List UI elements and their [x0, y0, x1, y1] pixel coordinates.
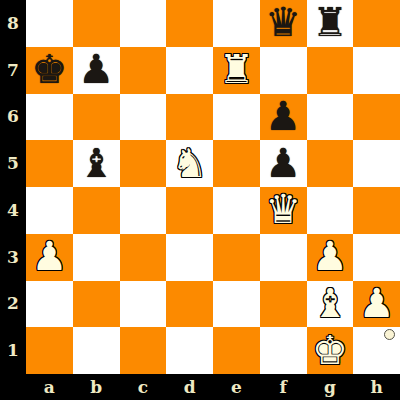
square-a4[interactable]: [26, 187, 73, 234]
square-e8[interactable]: [213, 0, 260, 47]
piece-black-king[interactable]: ♚: [31, 49, 67, 89]
file-label-g: g: [307, 374, 354, 400]
square-d2[interactable]: [166, 281, 213, 328]
square-b3[interactable]: [73, 234, 120, 281]
square-f5[interactable]: ♟: [260, 140, 307, 187]
square-c3[interactable]: [120, 234, 167, 281]
piece-black-pawn[interactable]: ♟: [78, 49, 114, 89]
file-label-d: d: [166, 374, 213, 400]
rank-label-6: 6: [0, 94, 26, 141]
square-f7[interactable]: [260, 47, 307, 94]
square-d6[interactable]: [166, 94, 213, 141]
square-d8[interactable]: [166, 0, 213, 47]
square-h5[interactable]: [353, 140, 400, 187]
square-d5[interactable]: ♞: [166, 140, 213, 187]
square-g5[interactable]: [307, 140, 354, 187]
piece-black-queen[interactable]: ♛: [265, 2, 301, 42]
square-g4[interactable]: [307, 187, 354, 234]
square-h7[interactable]: [353, 47, 400, 94]
rank-label-4: 4: [0, 187, 26, 234]
square-f2[interactable]: [260, 281, 307, 328]
rank-label-7: 7: [0, 47, 26, 94]
square-c4[interactable]: [120, 187, 167, 234]
square-c7[interactable]: [120, 47, 167, 94]
rank-label-2: 2: [0, 281, 26, 328]
piece-white-queen[interactable]: ♛: [265, 189, 301, 229]
piece-white-pawn[interactable]: ♟: [312, 236, 348, 276]
square-g3[interactable]: ♟: [307, 234, 354, 281]
file-label-c: c: [120, 374, 167, 400]
piece-black-bishop[interactable]: ♝: [78, 143, 114, 183]
square-e5[interactable]: [213, 140, 260, 187]
square-d3[interactable]: [166, 234, 213, 281]
square-f8[interactable]: ♛: [260, 0, 307, 47]
square-a3[interactable]: ♟: [26, 234, 73, 281]
square-g7[interactable]: [307, 47, 354, 94]
file-label-b: b: [73, 374, 120, 400]
piece-white-rook[interactable]: ♜: [218, 49, 254, 89]
white-to-move-indicator: [384, 329, 395, 340]
square-a1[interactable]: [26, 327, 73, 374]
file-label-e: e: [213, 374, 260, 400]
square-f3[interactable]: [260, 234, 307, 281]
square-b5[interactable]: ♝: [73, 140, 120, 187]
square-h2[interactable]: ♟: [353, 281, 400, 328]
square-h3[interactable]: [353, 234, 400, 281]
piece-black-pawn[interactable]: ♟: [265, 143, 301, 183]
square-e1[interactable]: [213, 327, 260, 374]
piece-white-king[interactable]: ♚: [312, 330, 348, 370]
rank-label-1: 1: [0, 327, 26, 374]
file-label-a: a: [26, 374, 73, 400]
square-f1[interactable]: [260, 327, 307, 374]
square-a8[interactable]: [26, 0, 73, 47]
square-f4[interactable]: ♛: [260, 187, 307, 234]
piece-white-pawn[interactable]: ♟: [31, 236, 67, 276]
piece-white-bishop[interactable]: ♝: [312, 283, 348, 323]
square-b4[interactable]: [73, 187, 120, 234]
square-a5[interactable]: [26, 140, 73, 187]
square-a6[interactable]: [26, 94, 73, 141]
square-a7[interactable]: ♚: [26, 47, 73, 94]
rank-label-5: 5: [0, 140, 26, 187]
square-b8[interactable]: [73, 0, 120, 47]
square-b1[interactable]: [73, 327, 120, 374]
square-c8[interactable]: [120, 0, 167, 47]
square-d4[interactable]: [166, 187, 213, 234]
square-h4[interactable]: [353, 187, 400, 234]
rank-labels: 87654321: [0, 0, 26, 374]
square-c6[interactable]: [120, 94, 167, 141]
square-h8[interactable]: [353, 0, 400, 47]
square-h6[interactable]: [353, 94, 400, 141]
piece-white-pawn[interactable]: ♟: [359, 283, 395, 323]
square-g1[interactable]: ♚: [307, 327, 354, 374]
rank-label-3: 3: [0, 234, 26, 281]
square-d1[interactable]: [166, 327, 213, 374]
square-e7[interactable]: ♜: [213, 47, 260, 94]
square-e2[interactable]: [213, 281, 260, 328]
rank-label-8: 8: [0, 0, 26, 47]
piece-white-knight[interactable]: ♞: [172, 143, 208, 183]
file-label-f: f: [260, 374, 307, 400]
square-g8[interactable]: ♜: [307, 0, 354, 47]
piece-black-rook[interactable]: ♜: [312, 2, 348, 42]
square-g6[interactable]: [307, 94, 354, 141]
file-label-h: h: [353, 374, 400, 400]
square-f6[interactable]: ♟: [260, 94, 307, 141]
chess-diagram: 87654321 ♛♜♚♟♜♟♝♞♟♛♟♟♝♟♚ abcdefgh: [0, 0, 400, 400]
square-e4[interactable]: [213, 187, 260, 234]
square-b7[interactable]: ♟: [73, 47, 120, 94]
square-b2[interactable]: [73, 281, 120, 328]
square-d7[interactable]: [166, 47, 213, 94]
piece-black-pawn[interactable]: ♟: [265, 96, 301, 136]
chess-board: ♛♜♚♟♜♟♝♞♟♛♟♟♝♟♚: [26, 0, 400, 374]
square-e6[interactable]: [213, 94, 260, 141]
square-g2[interactable]: ♝: [307, 281, 354, 328]
square-c1[interactable]: [120, 327, 167, 374]
file-labels: abcdefgh: [26, 374, 400, 400]
square-b6[interactable]: [73, 94, 120, 141]
square-e3[interactable]: [213, 234, 260, 281]
square-a2[interactable]: [26, 281, 73, 328]
square-c5[interactable]: [120, 140, 167, 187]
square-c2[interactable]: [120, 281, 167, 328]
